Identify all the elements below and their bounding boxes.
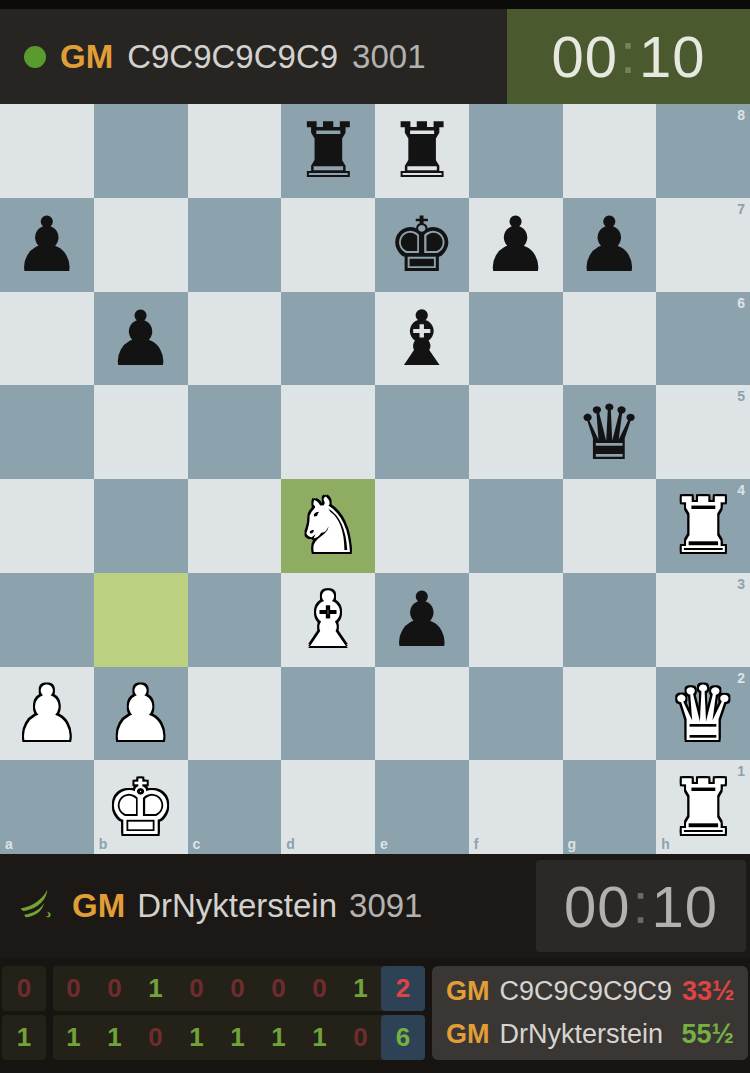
square-c5[interactable]	[188, 385, 282, 479]
square-f8[interactable]	[469, 104, 563, 198]
result-cell: 1	[148, 973, 162, 1004]
square-e7[interactable]: ♚	[375, 198, 469, 292]
square-e5[interactable]	[375, 385, 469, 479]
square-e8[interactable]: ♜	[375, 104, 469, 198]
square-g4[interactable]	[563, 479, 657, 573]
square-h7[interactable]: 7	[656, 198, 750, 292]
results-row-bottom: 1 1 0 1 1 1 1 0 6	[53, 1015, 425, 1060]
coord-rank-7: 7	[737, 202, 745, 216]
piece-black-pawn-b6[interactable]: ♟	[107, 292, 175, 385]
chess-board: ♜♜8♟♚♟♟7♟♝6♛5♞♜4♝♟3♟♟♛2a♚bcdefg♜1h	[0, 104, 750, 854]
coord-rank-5: 5	[737, 389, 745, 403]
bottom-player-name: DrNykterstein	[137, 887, 337, 925]
square-e4[interactable]	[375, 479, 469, 573]
piece-white-bishop-d3[interactable]: ♝	[294, 573, 362, 666]
square-e3[interactable]: ♟	[375, 573, 469, 667]
square-c6[interactable]	[188, 292, 282, 386]
piece-white-pawn-b2[interactable]: ♟	[107, 667, 175, 760]
coord-rank-4: 4	[737, 483, 745, 497]
patron-wings-icon	[16, 886, 60, 926]
match-player-bottom-title: GM	[446, 1019, 490, 1050]
coord-rank-3: 3	[737, 577, 745, 591]
square-h4[interactable]: ♜4	[656, 479, 750, 573]
result-cell: 0	[230, 973, 244, 1004]
result-cell: 0	[312, 973, 326, 1004]
match-player-bottom[interactable]: GM DrNykterstein 55½	[446, 1019, 734, 1050]
bottom-clock-minutes: 00	[564, 873, 631, 940]
square-d6[interactable]	[281, 292, 375, 386]
result-cell: 1	[66, 1022, 80, 1053]
result-cell: 0	[353, 1022, 367, 1053]
results-column: 0 0 1 0 0 0 0 1 2 1 1 0 1 1 1 1 0 6	[53, 966, 425, 1060]
piece-black-king-e7[interactable]: ♚	[388, 198, 456, 291]
piece-black-rook-e8[interactable]: ♜	[388, 104, 456, 197]
results-list-top: 0 0 1 0 0 0 0 1	[53, 966, 381, 1011]
piece-white-knight-d4[interactable]: ♞	[294, 479, 362, 572]
square-f7[interactable]: ♟	[469, 198, 563, 292]
square-b4[interactable]	[94, 479, 188, 573]
piece-black-queen-g5[interactable]: ♛	[575, 386, 643, 479]
square-b3[interactable]	[94, 573, 188, 667]
top-player-rating: 3001	[352, 38, 425, 76]
top-player-info[interactable]: GM C9C9C9C9C9 3001	[0, 9, 426, 104]
square-g7[interactable]: ♟	[563, 198, 657, 292]
piece-white-king-b1[interactable]: ♚	[107, 761, 175, 854]
bottom-clock-seconds: 10	[652, 873, 719, 940]
square-g5[interactable]: ♛	[563, 385, 657, 479]
coord-file-b: b	[99, 837, 108, 851]
square-e1[interactable]: e	[375, 760, 469, 854]
bottom-player-bar: GM DrNykterstein 3091 00:10	[0, 854, 750, 958]
square-c1[interactable]: c	[188, 760, 282, 854]
square-e6[interactable]: ♝	[375, 292, 469, 386]
square-f6[interactable]	[469, 292, 563, 386]
piece-white-rook-h1[interactable]: ♜	[669, 761, 737, 854]
piece-black-pawn-g7[interactable]: ♟	[575, 198, 643, 291]
square-d4[interactable]: ♞	[281, 479, 375, 573]
coord-file-e: e	[380, 837, 388, 851]
piece-black-pawn-f7[interactable]: ♟	[482, 198, 550, 291]
bottom-clock-colon: :	[630, 869, 651, 936]
square-g2[interactable]	[563, 667, 657, 761]
total-score-bottom: 6	[381, 1015, 425, 1060]
result-cell: 0	[271, 973, 285, 1004]
match-player-top-score: 33½	[682, 976, 735, 1007]
square-b1[interactable]: ♚b	[94, 760, 188, 854]
match-player-top-name: C9C9C9C9C9	[500, 976, 673, 1007]
current-game-column: 0 1	[2, 966, 46, 1060]
result-cell: 0	[66, 973, 80, 1004]
result-cell: 0	[189, 973, 203, 1004]
square-g3[interactable]	[563, 573, 657, 667]
top-clock-seconds: 10	[639, 23, 706, 90]
bottom-player-info[interactable]: GM DrNykterstein 3091	[0, 854, 422, 958]
result-cell: 1	[353, 973, 367, 1004]
square-c4[interactable]	[188, 479, 282, 573]
square-a1[interactable]: a	[0, 760, 94, 854]
square-f5[interactable]	[469, 385, 563, 479]
square-b8[interactable]	[94, 104, 188, 198]
square-a7[interactable]: ♟	[0, 198, 94, 292]
result-cell: 1	[271, 1022, 285, 1053]
square-b7[interactable]	[94, 198, 188, 292]
square-h3[interactable]: 3	[656, 573, 750, 667]
results-list-bottom: 1 1 0 1 1 1 1 0	[53, 1015, 381, 1060]
top-clock-colon: :	[618, 19, 639, 86]
result-cell: 0	[107, 973, 121, 1004]
square-h6[interactable]: 6	[656, 292, 750, 386]
bottom-player-rating: 3091	[349, 887, 422, 925]
score-sheet: 0 1 0 0 1 0 0 0 0 1 2 1 1 0 1 1 1	[0, 958, 750, 1073]
square-d5[interactable]	[281, 385, 375, 479]
current-result-bottom: 1	[2, 1015, 46, 1060]
piece-black-rook-d8[interactable]: ♜	[294, 104, 362, 197]
top-player-title: GM	[60, 38, 113, 76]
top-player-clock: 00:10	[507, 9, 750, 104]
square-b2[interactable]: ♟	[94, 667, 188, 761]
result-cell: 0	[148, 1022, 162, 1053]
square-a5[interactable]	[0, 385, 94, 479]
square-d2[interactable]	[281, 667, 375, 761]
piece-black-bishop-e6[interactable]: ♝	[388, 292, 456, 385]
result-cell: 1	[107, 1022, 121, 1053]
square-a8[interactable]	[0, 104, 94, 198]
piece-white-queen-h2[interactable]: ♛	[669, 667, 737, 760]
square-f3[interactable]	[469, 573, 563, 667]
match-players-panel: GM C9C9C9C9C9 33½ GM DrNykterstein 55½	[432, 966, 748, 1060]
coord-file-d: d	[286, 837, 295, 851]
status-bar	[0, 0, 750, 9]
square-f2[interactable]	[469, 667, 563, 761]
top-player-name: C9C9C9C9C9	[127, 38, 338, 76]
result-cell: 1	[230, 1022, 244, 1053]
piece-white-pawn-a2[interactable]: ♟	[13, 667, 81, 760]
square-d3[interactable]: ♝	[281, 573, 375, 667]
coord-rank-8: 8	[737, 108, 745, 122]
square-d1[interactable]: d	[281, 760, 375, 854]
square-h2[interactable]: ♛2	[656, 667, 750, 761]
square-f1[interactable]: f	[469, 760, 563, 854]
online-indicator-icon	[24, 46, 46, 68]
result-cell: 1	[312, 1022, 326, 1053]
total-score-top: 2	[381, 966, 425, 1011]
square-c3[interactable]	[188, 573, 282, 667]
top-player-bar: GM C9C9C9C9C9 3001 00:10	[0, 9, 750, 104]
coord-file-h: h	[661, 837, 670, 851]
coord-rank-2: 2	[737, 671, 745, 685]
coord-file-a: a	[5, 837, 13, 851]
square-g1[interactable]: g	[563, 760, 657, 854]
square-a2[interactable]: ♟	[0, 667, 94, 761]
square-g8[interactable]	[563, 104, 657, 198]
piece-black-pawn-a7[interactable]: ♟	[13, 198, 81, 291]
top-clock-minutes: 00	[551, 23, 618, 90]
square-f4[interactable]	[469, 479, 563, 573]
coord-file-c: c	[193, 837, 201, 851]
square-b6[interactable]: ♟	[94, 292, 188, 386]
bottom-player-clock: 00:10	[536, 860, 746, 952]
square-a4[interactable]	[0, 479, 94, 573]
coord-rank-1: 1	[737, 764, 745, 778]
square-c8[interactable]	[188, 104, 282, 198]
current-result-top: 0	[2, 966, 46, 1011]
square-e2[interactable]	[375, 667, 469, 761]
match-player-bottom-score: 55½	[681, 1019, 734, 1050]
square-h8[interactable]: 8	[656, 104, 750, 198]
square-b5[interactable]	[94, 385, 188, 479]
match-player-bottom-name: DrNykterstein	[500, 1019, 672, 1050]
bottom-player-title: GM	[72, 887, 125, 925]
square-a6[interactable]	[0, 292, 94, 386]
square-g6[interactable]	[563, 292, 657, 386]
results-row-top: 0 0 1 0 0 0 0 1 2	[53, 966, 425, 1011]
coord-file-f: f	[474, 837, 479, 851]
match-player-top-title: GM	[446, 976, 490, 1007]
square-d7[interactable]	[281, 198, 375, 292]
coord-rank-6: 6	[737, 296, 745, 310]
square-d8[interactable]: ♜	[281, 104, 375, 198]
piece-white-rook-h4[interactable]: ♜	[669, 479, 737, 572]
piece-black-pawn-e3[interactable]: ♟	[388, 573, 456, 666]
square-c7[interactable]	[188, 198, 282, 292]
square-a3[interactable]	[0, 573, 94, 667]
square-c2[interactable]	[188, 667, 282, 761]
result-cell: 1	[189, 1022, 203, 1053]
square-h5[interactable]: 5	[656, 385, 750, 479]
coord-file-g: g	[568, 837, 577, 851]
square-h1[interactable]: ♜1h	[656, 760, 750, 854]
match-player-top[interactable]: GM C9C9C9C9C9 33½	[446, 976, 734, 1007]
